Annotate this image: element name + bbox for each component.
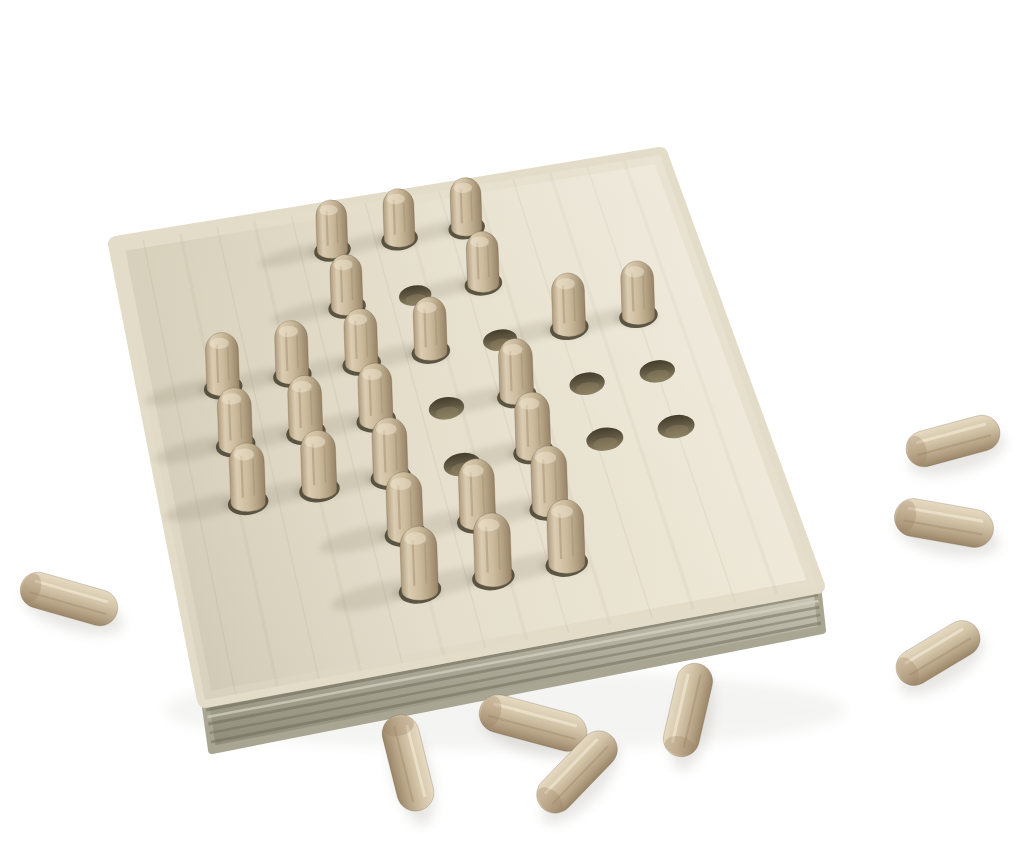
- scene: [0, 0, 1024, 860]
- loose-peg-3[interactable]: [891, 496, 996, 551]
- peg-solitaire-photo: [0, 0, 1024, 860]
